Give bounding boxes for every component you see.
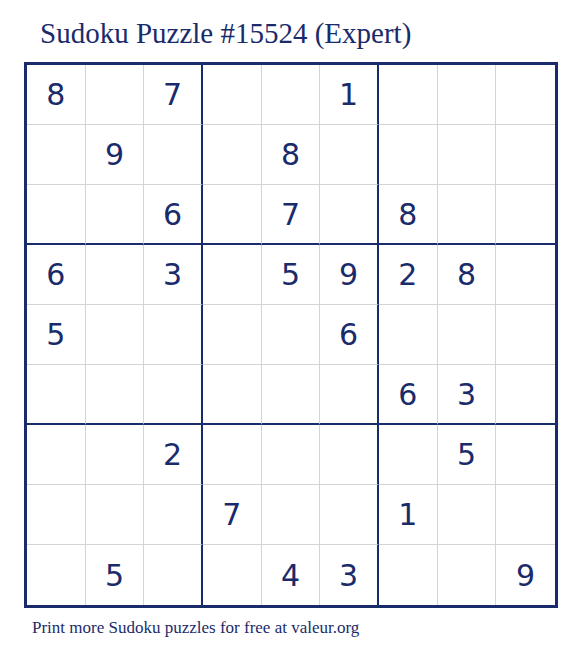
cell-r8c5 xyxy=(262,485,321,545)
cell-r1c7 xyxy=(379,65,438,125)
cell-r4c3: 3 xyxy=(144,245,203,305)
cell-r7c6 xyxy=(320,425,379,485)
cell-r6c1 xyxy=(27,365,86,425)
cell-r2c6 xyxy=(320,125,379,185)
page-title: Sudoku Puzzle #15524 (Expert) xyxy=(40,16,411,50)
cell-r7c9 xyxy=(496,425,555,485)
cell-r2c3 xyxy=(144,125,203,185)
cell-r7c3: 2 xyxy=(144,425,203,485)
cell-r3c6 xyxy=(320,185,379,245)
cell-r8c8 xyxy=(438,485,497,545)
cell-r9c4 xyxy=(203,545,262,605)
cell-r3c9 xyxy=(496,185,555,245)
cell-r1c1: 8 xyxy=(27,65,86,125)
cell-r5c7 xyxy=(379,305,438,365)
cell-r5c8 xyxy=(438,305,497,365)
cell-r3c5: 7 xyxy=(262,185,321,245)
cell-r1c2 xyxy=(86,65,145,125)
sudoku-board: 87198678635928566325715439 xyxy=(24,62,558,608)
cell-r9c1 xyxy=(27,545,86,605)
cell-r3c3: 6 xyxy=(144,185,203,245)
cell-r3c2 xyxy=(86,185,145,245)
cell-r7c1 xyxy=(27,425,86,485)
cell-r8c1 xyxy=(27,485,86,545)
cell-r6c4 xyxy=(203,365,262,425)
cell-r6c3 xyxy=(144,365,203,425)
cell-r9c2: 5 xyxy=(86,545,145,605)
cell-r3c7: 8 xyxy=(379,185,438,245)
cell-r3c8 xyxy=(438,185,497,245)
cell-r7c5 xyxy=(262,425,321,485)
cell-r1c4 xyxy=(203,65,262,125)
cell-r5c9 xyxy=(496,305,555,365)
cell-r2c4 xyxy=(203,125,262,185)
cell-r4c9 xyxy=(496,245,555,305)
cell-r6c8: 3 xyxy=(438,365,497,425)
cell-r5c6: 6 xyxy=(320,305,379,365)
cell-r6c5 xyxy=(262,365,321,425)
cell-r5c1: 5 xyxy=(27,305,86,365)
cell-r9c8 xyxy=(438,545,497,605)
cell-r5c4 xyxy=(203,305,262,365)
cell-r3c4 xyxy=(203,185,262,245)
cell-r4c6: 9 xyxy=(320,245,379,305)
cell-r9c3 xyxy=(144,545,203,605)
cell-r4c1: 6 xyxy=(27,245,86,305)
cell-r8c3 xyxy=(144,485,203,545)
cell-r2c5: 8 xyxy=(262,125,321,185)
cell-r4c5: 5 xyxy=(262,245,321,305)
cell-r7c7 xyxy=(379,425,438,485)
cell-r5c3 xyxy=(144,305,203,365)
cell-r1c5 xyxy=(262,65,321,125)
cell-r4c7: 2 xyxy=(379,245,438,305)
cell-r7c8: 5 xyxy=(438,425,497,485)
cell-r3c1 xyxy=(27,185,86,245)
cell-r8c4: 7 xyxy=(203,485,262,545)
cell-r8c6 xyxy=(320,485,379,545)
cell-r8c9 xyxy=(496,485,555,545)
cell-r6c2 xyxy=(86,365,145,425)
cell-r5c2 xyxy=(86,305,145,365)
cell-r7c2 xyxy=(86,425,145,485)
cell-r1c3: 7 xyxy=(144,65,203,125)
cell-r4c8: 8 xyxy=(438,245,497,305)
cell-r2c7 xyxy=(379,125,438,185)
cell-r1c9 xyxy=(496,65,555,125)
footer-text: Print more Sudoku puzzles for free at va… xyxy=(32,617,359,639)
cell-r2c9 xyxy=(496,125,555,185)
cell-r6c9 xyxy=(496,365,555,425)
cell-r6c7: 6 xyxy=(379,365,438,425)
cell-r6c6 xyxy=(320,365,379,425)
cell-r9c5: 4 xyxy=(262,545,321,605)
cell-r2c2: 9 xyxy=(86,125,145,185)
cell-r2c8 xyxy=(438,125,497,185)
cell-r1c8 xyxy=(438,65,497,125)
cell-r9c7 xyxy=(379,545,438,605)
cell-r4c2 xyxy=(86,245,145,305)
cell-r2c1 xyxy=(27,125,86,185)
cell-r9c6: 3 xyxy=(320,545,379,605)
cell-r5c5 xyxy=(262,305,321,365)
cell-r7c4 xyxy=(203,425,262,485)
cell-r9c9: 9 xyxy=(496,545,555,605)
cell-r1c6: 1 xyxy=(320,65,379,125)
cell-r4c4 xyxy=(203,245,262,305)
cell-r8c2 xyxy=(86,485,145,545)
cell-r8c7: 1 xyxy=(379,485,438,545)
